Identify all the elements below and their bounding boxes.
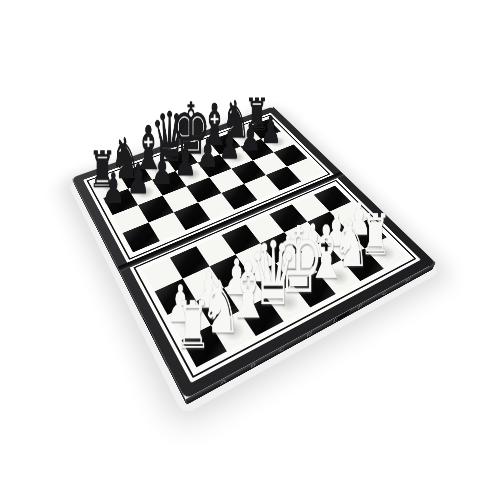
product-photo-background: ABCDEFGH 12345678 ♜♞♝♛♚♝♞♜♟♟♟♟♟♟♟♟♟♟♟♟♟♟… [0,0,480,480]
square-a5 [122,223,159,253]
folding-chess-board: ABCDEFGH 12345678 ♜♞♝♛♚♝♞♜♟♟♟♟♟♟♟♟♟♟♟♟♟♟… [72,107,436,400]
